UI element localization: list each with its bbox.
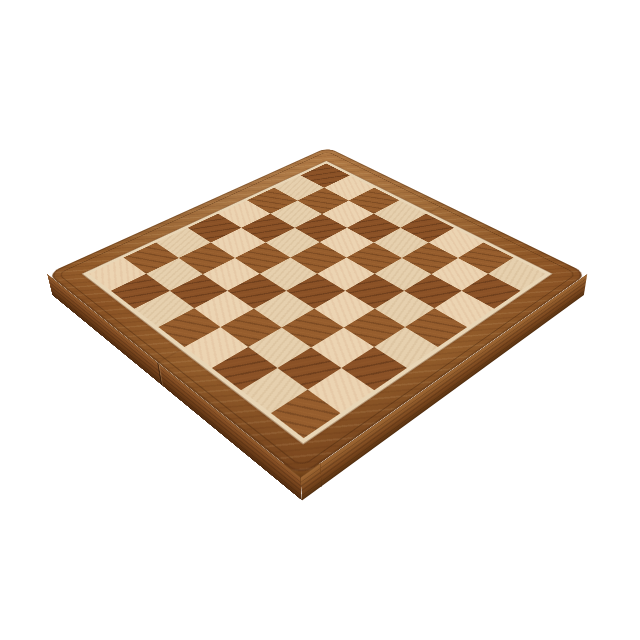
- board-scene: [0, 0, 640, 640]
- maple-inlay-border: [82, 161, 553, 445]
- product-photo: [0, 0, 640, 640]
- board-top-face: [47, 147, 587, 477]
- squares-grid: [89, 164, 546, 439]
- chess-board: [52, 166, 584, 500]
